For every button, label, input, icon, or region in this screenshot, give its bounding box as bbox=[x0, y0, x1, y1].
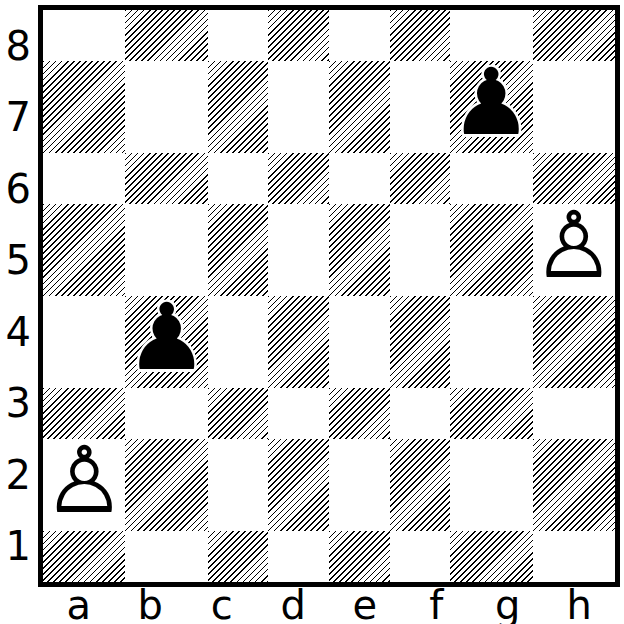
white-pawn[interactable]: ♙ bbox=[533, 200, 615, 292]
chess-board: ♟♙♟♙ bbox=[38, 5, 620, 587]
square-b2[interactable] bbox=[125, 439, 207, 531]
square-b4[interactable]: ♟ bbox=[125, 296, 207, 388]
square-b7[interactable] bbox=[125, 61, 207, 153]
square-f1[interactable] bbox=[390, 531, 451, 582]
file-label-e: e bbox=[329, 586, 401, 623]
file-label-f: f bbox=[401, 586, 473, 623]
rank-label-6: 6 bbox=[0, 153, 34, 225]
square-e8[interactable] bbox=[329, 10, 390, 61]
square-d4[interactable] bbox=[268, 296, 329, 388]
square-f5[interactable] bbox=[390, 204, 451, 296]
file-label-c: c bbox=[186, 586, 258, 623]
square-g4[interactable] bbox=[450, 296, 532, 388]
square-h5[interactable]: ♙ bbox=[533, 204, 615, 296]
square-c2[interactable] bbox=[208, 439, 269, 531]
square-a8[interactable] bbox=[43, 10, 125, 61]
black-pawn[interactable]: ♟ bbox=[450, 57, 532, 149]
square-a5[interactable] bbox=[43, 204, 125, 296]
file-label-h: h bbox=[544, 586, 616, 623]
square-b1[interactable] bbox=[125, 531, 207, 582]
square-e6[interactable] bbox=[329, 153, 390, 204]
square-d2[interactable] bbox=[268, 439, 329, 531]
square-c7[interactable] bbox=[208, 61, 269, 153]
rank-label-7: 7 bbox=[0, 82, 34, 154]
square-c8[interactable] bbox=[208, 10, 269, 61]
square-d7[interactable] bbox=[268, 61, 329, 153]
square-g1[interactable] bbox=[450, 531, 532, 582]
square-f3[interactable] bbox=[390, 388, 451, 439]
square-f2[interactable] bbox=[390, 439, 451, 531]
square-e4[interactable] bbox=[329, 296, 390, 388]
square-a6[interactable] bbox=[43, 153, 125, 204]
black-pawn[interactable]: ♟ bbox=[125, 292, 207, 384]
rank-label-2: 2 bbox=[0, 439, 34, 511]
square-d5[interactable] bbox=[268, 204, 329, 296]
square-d6[interactable] bbox=[268, 153, 329, 204]
square-e2[interactable] bbox=[329, 439, 390, 531]
rank-label-5: 5 bbox=[0, 225, 34, 297]
square-a2[interactable]: ♙ bbox=[43, 439, 125, 531]
square-e7[interactable] bbox=[329, 61, 390, 153]
square-e5[interactable] bbox=[329, 204, 390, 296]
square-c5[interactable] bbox=[208, 204, 269, 296]
square-b6[interactable] bbox=[125, 153, 207, 204]
square-g3[interactable] bbox=[450, 388, 532, 439]
square-h2[interactable] bbox=[533, 439, 615, 531]
square-f6[interactable] bbox=[390, 153, 451, 204]
square-c3[interactable] bbox=[208, 388, 269, 439]
square-d8[interactable] bbox=[268, 10, 329, 61]
square-b3[interactable] bbox=[125, 388, 207, 439]
square-h3[interactable] bbox=[533, 388, 615, 439]
square-e3[interactable] bbox=[329, 388, 390, 439]
square-d3[interactable] bbox=[268, 388, 329, 439]
square-h4[interactable] bbox=[533, 296, 615, 388]
file-labels: a b c d e f g h bbox=[43, 586, 615, 623]
square-h7[interactable] bbox=[533, 61, 615, 153]
square-g7[interactable]: ♟ bbox=[450, 61, 532, 153]
square-d1[interactable] bbox=[268, 531, 329, 582]
file-label-a: a bbox=[43, 586, 115, 623]
square-f7[interactable] bbox=[390, 61, 451, 153]
rank-label-4: 4 bbox=[0, 296, 34, 368]
square-a1[interactable] bbox=[43, 531, 125, 582]
square-c6[interactable] bbox=[208, 153, 269, 204]
file-label-g: g bbox=[472, 586, 544, 623]
square-g6[interactable] bbox=[450, 153, 532, 204]
rank-label-8: 8 bbox=[0, 10, 34, 82]
square-a4[interactable] bbox=[43, 296, 125, 388]
square-b8[interactable] bbox=[125, 10, 207, 61]
square-b5[interactable] bbox=[125, 204, 207, 296]
rank-label-1: 1 bbox=[0, 511, 34, 583]
square-g5[interactable] bbox=[450, 204, 532, 296]
square-f4[interactable] bbox=[390, 296, 451, 388]
rank-labels: 8 7 6 5 4 3 2 1 bbox=[0, 10, 34, 582]
square-c4[interactable] bbox=[208, 296, 269, 388]
square-h1[interactable] bbox=[533, 531, 615, 582]
square-g2[interactable] bbox=[450, 439, 532, 531]
square-f8[interactable] bbox=[390, 10, 451, 61]
square-h8[interactable] bbox=[533, 10, 615, 61]
rank-label-3: 3 bbox=[0, 368, 34, 440]
square-c1[interactable] bbox=[208, 531, 269, 582]
file-label-b: b bbox=[115, 586, 187, 623]
square-a7[interactable] bbox=[43, 61, 125, 153]
white-pawn[interactable]: ♙ bbox=[43, 435, 125, 527]
file-label-d: d bbox=[258, 586, 330, 623]
square-e1[interactable] bbox=[329, 531, 390, 582]
chess-diagram: 8 7 6 5 4 3 2 1 ♟♙♟♙ a b c d e f g h bbox=[0, 0, 624, 624]
